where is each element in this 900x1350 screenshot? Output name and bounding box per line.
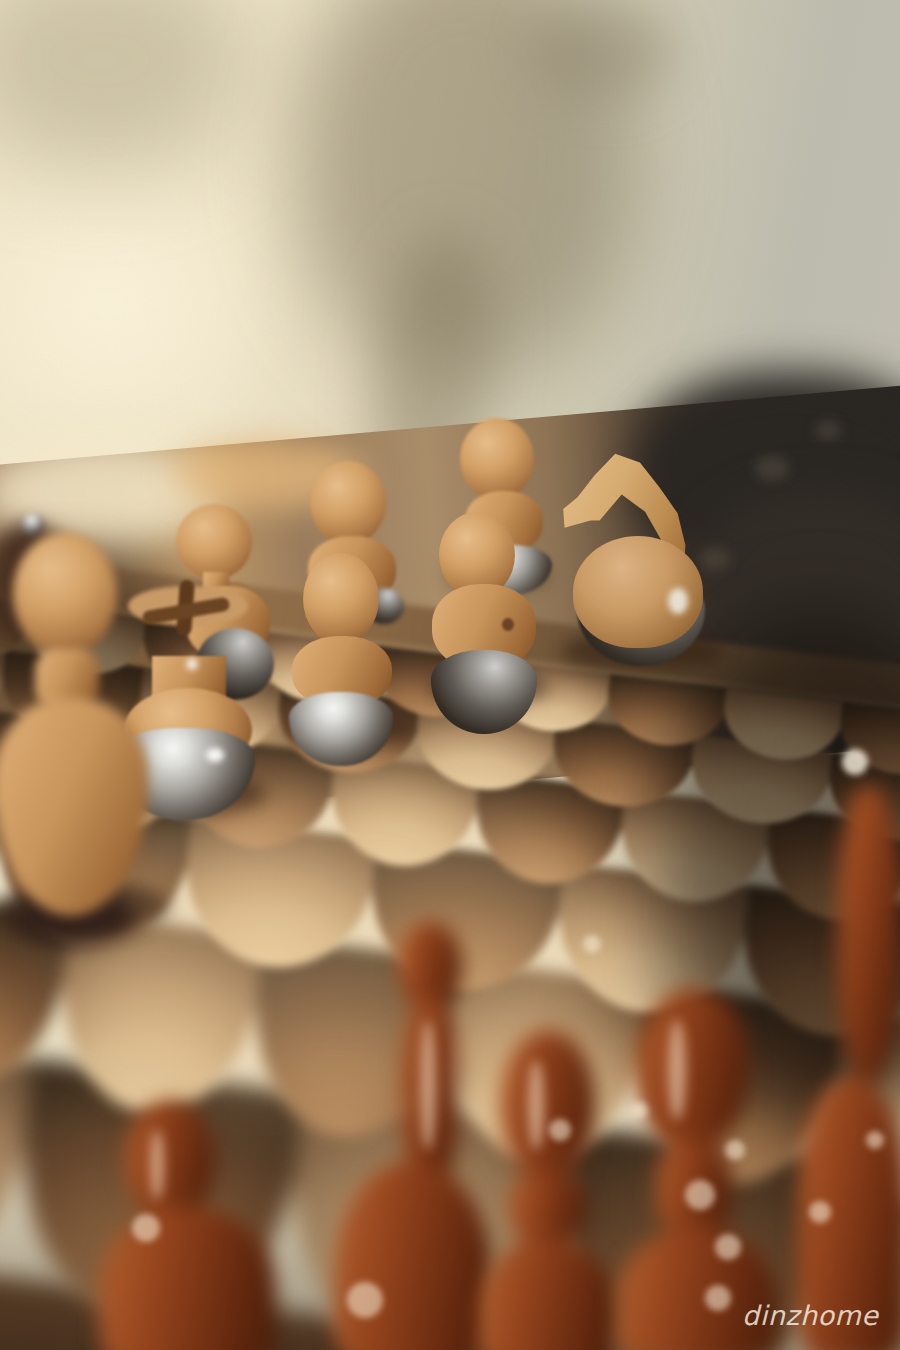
bokeh-highlight — [186, 658, 198, 670]
bokeh-highlight — [809, 1201, 831, 1223]
bokeh-highlight — [725, 1140, 745, 1160]
bokeh-highlight — [715, 1234, 741, 1260]
bokeh-highlight — [842, 749, 868, 775]
bokeh-highlight — [549, 1119, 571, 1141]
specular-streak — [150, 1130, 164, 1200]
photo-scene: dinzhome — [0, 0, 900, 1350]
bokeh-highlight — [705, 1285, 731, 1311]
bokeh-highlight — [866, 1131, 884, 1149]
specular-streak — [420, 1020, 436, 1150]
piece-neck — [838, 786, 900, 1081]
specular-streak — [528, 1060, 544, 1150]
watermark: dinzhome — [742, 1300, 892, 1331]
bokeh-highlight — [685, 1180, 715, 1210]
bokeh-highlight — [583, 935, 601, 953]
black-bishop-h2 — [0, 0, 900, 1350]
specular-streak — [668, 1020, 686, 1120]
bokeh-highlight — [347, 1282, 383, 1318]
bokeh-highlight — [132, 1214, 160, 1242]
bokeh-highlight — [632, 1102, 648, 1118]
